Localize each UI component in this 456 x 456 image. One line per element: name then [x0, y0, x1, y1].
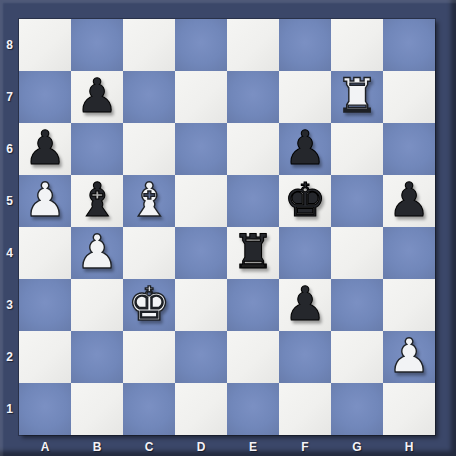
square-g2[interactable] [331, 331, 383, 383]
square-e8[interactable] [227, 19, 279, 71]
file-label-g: G [331, 437, 383, 456]
board: ♟♜♟♟♟♝♝♚♟♟♜♚♟♟ [19, 19, 435, 435]
square-g8[interactable] [331, 19, 383, 71]
square-g3[interactable] [331, 279, 383, 331]
square-b3[interactable] [71, 279, 123, 331]
rank-labels: 87654321 [0, 19, 19, 435]
rank-label-1: 1 [0, 383, 19, 435]
square-e4[interactable]: ♜ [227, 227, 279, 279]
rank-label-4: 4 [0, 227, 19, 279]
square-f3[interactable]: ♟ [279, 279, 331, 331]
square-e6[interactable] [227, 123, 279, 175]
square-c5[interactable]: ♝ [123, 175, 175, 227]
piece-white-pawn-b4[interactable]: ♟ [76, 228, 118, 275]
square-b1[interactable] [71, 383, 123, 435]
square-c4[interactable] [123, 227, 175, 279]
piece-white-pawn-h2[interactable]: ♟ [388, 332, 430, 379]
square-c6[interactable] [123, 123, 175, 175]
square-f7[interactable] [279, 71, 331, 123]
square-h7[interactable] [383, 71, 435, 123]
square-d7[interactable] [175, 71, 227, 123]
square-f8[interactable] [279, 19, 331, 71]
file-labels: ABCDEFGH [19, 437, 435, 456]
piece-black-pawn-b7[interactable]: ♟ [76, 72, 118, 119]
piece-black-pawn-f6[interactable]: ♟ [284, 124, 326, 171]
square-a7[interactable] [19, 71, 71, 123]
square-b6[interactable] [71, 123, 123, 175]
piece-black-bishop-b5[interactable]: ♝ [76, 176, 118, 223]
piece-black-pawn-f3[interactable]: ♟ [284, 280, 326, 327]
piece-white-king-c3[interactable]: ♚ [128, 280, 170, 327]
file-label-h: H [383, 437, 435, 456]
square-g6[interactable] [331, 123, 383, 175]
square-c1[interactable] [123, 383, 175, 435]
rank-label-8: 8 [0, 19, 19, 71]
square-b4[interactable]: ♟ [71, 227, 123, 279]
square-f5[interactable]: ♚ [279, 175, 331, 227]
piece-white-pawn-a5[interactable]: ♟ [24, 176, 66, 223]
square-h3[interactable] [383, 279, 435, 331]
file-label-f: F [279, 437, 331, 456]
rank-label-2: 2 [0, 331, 19, 383]
square-a5[interactable]: ♟ [19, 175, 71, 227]
piece-white-bishop-c5[interactable]: ♝ [128, 176, 170, 223]
square-h4[interactable] [383, 227, 435, 279]
square-a3[interactable] [19, 279, 71, 331]
file-label-a: A [19, 437, 71, 456]
square-b7[interactable]: ♟ [71, 71, 123, 123]
square-g4[interactable] [331, 227, 383, 279]
square-a6[interactable]: ♟ [19, 123, 71, 175]
square-a1[interactable] [19, 383, 71, 435]
square-b5[interactable]: ♝ [71, 175, 123, 227]
square-b2[interactable] [71, 331, 123, 383]
square-e3[interactable] [227, 279, 279, 331]
square-h8[interactable] [383, 19, 435, 71]
file-label-e: E [227, 437, 279, 456]
square-h6[interactable] [383, 123, 435, 175]
file-label-c: C [123, 437, 175, 456]
square-f4[interactable] [279, 227, 331, 279]
square-c2[interactable] [123, 331, 175, 383]
chess-board-frame: 87654321 ♟♜♟♟♟♝♝♚♟♟♜♚♟♟ ABCDEFGH [0, 0, 456, 456]
square-h2[interactable]: ♟ [383, 331, 435, 383]
square-f6[interactable]: ♟ [279, 123, 331, 175]
square-a8[interactable] [19, 19, 71, 71]
square-d3[interactable] [175, 279, 227, 331]
piece-black-rook-e4[interactable]: ♜ [232, 228, 274, 275]
piece-black-king-f5[interactable]: ♚ [284, 176, 326, 223]
square-c3[interactable]: ♚ [123, 279, 175, 331]
file-label-b: B [71, 437, 123, 456]
square-g5[interactable] [331, 175, 383, 227]
square-g7[interactable]: ♜ [331, 71, 383, 123]
rank-label-3: 3 [0, 279, 19, 331]
square-e7[interactable] [227, 71, 279, 123]
rank-label-5: 5 [0, 175, 19, 227]
square-b8[interactable] [71, 19, 123, 71]
square-d5[interactable] [175, 175, 227, 227]
square-d1[interactable] [175, 383, 227, 435]
square-a4[interactable] [19, 227, 71, 279]
square-f2[interactable] [279, 331, 331, 383]
square-d8[interactable] [175, 19, 227, 71]
square-d2[interactable] [175, 331, 227, 383]
rank-label-6: 6 [0, 123, 19, 175]
square-a2[interactable] [19, 331, 71, 383]
piece-white-rook-g7[interactable]: ♜ [336, 72, 378, 119]
square-e1[interactable] [227, 383, 279, 435]
square-h1[interactable] [383, 383, 435, 435]
square-e5[interactable] [227, 175, 279, 227]
square-c8[interactable] [123, 19, 175, 71]
square-c7[interactable] [123, 71, 175, 123]
square-f1[interactable] [279, 383, 331, 435]
square-h5[interactable]: ♟ [383, 175, 435, 227]
piece-black-pawn-h5[interactable]: ♟ [388, 176, 430, 223]
square-e2[interactable] [227, 331, 279, 383]
rank-label-7: 7 [0, 71, 19, 123]
square-d6[interactable] [175, 123, 227, 175]
square-d4[interactable] [175, 227, 227, 279]
square-g1[interactable] [331, 383, 383, 435]
piece-black-pawn-a6[interactable]: ♟ [24, 124, 66, 171]
file-label-d: D [175, 437, 227, 456]
